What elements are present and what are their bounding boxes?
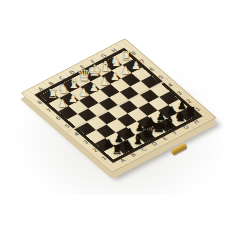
product-photo-scene: ♜♞♝♛♚♝♞♜♟♟♟♟♟♟♟♟♟♟♟♟♟♟♟♟♜♞♝♛♚♝♞♜ AABBCCD… — [0, 0, 236, 236]
rank-label-right-7: 7 — [137, 57, 148, 64]
rank-label-left-8: 8 — [34, 98, 45, 105]
rank-label-right-8: 8 — [128, 49, 139, 56]
rank-label-left-1: 1 — [99, 154, 110, 161]
rank-label-right-2: 2 — [183, 97, 194, 104]
rank-label-left-6: 6 — [53, 114, 64, 121]
rank-label-left-3: 3 — [80, 138, 91, 145]
rank-label-left-7: 7 — [43, 106, 54, 113]
rank-label-left-4: 4 — [71, 130, 82, 137]
rank-label-left-2: 2 — [89, 146, 100, 153]
rank-label-right-6: 6 — [146, 65, 157, 72]
rank-label-right-3: 3 — [174, 89, 185, 96]
rank-label-right-1: 1 — [192, 105, 203, 112]
rank-label-right-4: 4 — [165, 81, 176, 88]
